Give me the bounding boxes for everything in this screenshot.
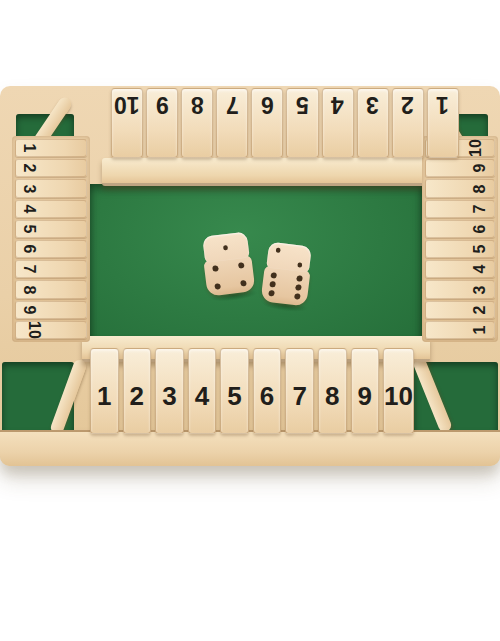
tile-number: 2 — [21, 164, 37, 173]
shut-the-box-board: 10987654321 12345678910 12345678910 1098… — [0, 86, 500, 466]
die-right[interactable] — [261, 241, 314, 306]
tile-south-5[interactable]: 5 — [220, 348, 249, 434]
tile-west-10[interactable]: 10 — [15, 321, 87, 339]
tile-west-1[interactable]: 1 — [15, 139, 87, 157]
tile-north-3[interactable]: 3 — [357, 88, 389, 158]
tile-number: 7 — [21, 265, 37, 274]
tile-south-8[interactable]: 8 — [318, 348, 347, 434]
tile-west-9[interactable]: 9 — [15, 301, 87, 319]
tile-number: 5 — [296, 93, 309, 116]
tile-number: 6 — [261, 93, 274, 116]
north-pivot-bar — [102, 158, 464, 186]
wooden-base — [0, 430, 500, 466]
tile-number: 4 — [331, 93, 344, 116]
tile-west-7[interactable]: 7 — [15, 260, 87, 278]
tile-number: 8 — [191, 93, 204, 116]
tile-north-4[interactable]: 4 — [322, 88, 354, 158]
tile-number: 9 — [473, 164, 489, 173]
tile-east-9[interactable]: 9 — [425, 159, 495, 177]
tile-number: 5 — [473, 245, 489, 254]
die-face-1 — [202, 232, 249, 263]
tile-number: 3 — [21, 184, 37, 193]
die-pip — [238, 262, 245, 269]
tile-south-10[interactable]: 10 — [383, 348, 414, 434]
tile-east-1[interactable]: 1 — [425, 321, 495, 339]
die-pip — [295, 284, 302, 291]
tile-number: 9 — [156, 93, 169, 116]
product-photo: 10987654321 12345678910 12345678910 1098… — [0, 0, 500, 641]
tile-north-2[interactable]: 2 — [392, 88, 424, 158]
tile-number: 7 — [292, 383, 306, 409]
tile-number: 10 — [468, 139, 484, 157]
tile-number: 2 — [401, 93, 414, 116]
tile-north-9[interactable]: 9 — [146, 88, 178, 158]
tile-number: 1 — [21, 144, 37, 153]
tile-west-3[interactable]: 3 — [15, 179, 87, 197]
die-pip — [212, 265, 219, 272]
west-tile-rail: 12345678910 — [12, 136, 90, 342]
tile-east-6[interactable]: 6 — [425, 220, 495, 238]
tile-number: 1 — [97, 383, 111, 409]
die-pip — [294, 293, 301, 300]
tile-east-8[interactable]: 8 — [425, 179, 495, 197]
tile-west-4[interactable]: 4 — [15, 200, 87, 218]
tile-number: 3 — [366, 93, 379, 116]
north-tile-row: 10987654321 — [111, 88, 459, 158]
tile-east-7[interactable]: 7 — [425, 200, 495, 218]
tile-east-3[interactable]: 3 — [425, 280, 495, 298]
tile-south-7[interactable]: 7 — [285, 348, 314, 434]
tile-number: 10 — [26, 321, 42, 339]
die-pip — [270, 281, 277, 288]
felt-center — [90, 184, 422, 344]
tile-south-9[interactable]: 9 — [351, 348, 380, 434]
tile-north-6[interactable]: 6 — [251, 88, 283, 158]
die-pip — [268, 290, 275, 297]
tile-number: 4 — [21, 204, 37, 213]
tile-north-8[interactable]: 8 — [181, 88, 213, 158]
tile-north-10[interactable]: 10 — [111, 88, 143, 158]
tile-number: 7 — [226, 93, 239, 116]
tile-west-8[interactable]: 8 — [15, 280, 87, 298]
die-pip — [271, 272, 278, 279]
tile-number: 2 — [130, 383, 144, 409]
tile-number: 7 — [473, 204, 489, 213]
die-pip — [214, 283, 221, 290]
tile-east-2[interactable]: 2 — [425, 301, 495, 319]
die-left[interactable] — [201, 231, 256, 296]
tile-west-6[interactable]: 6 — [15, 240, 87, 258]
tile-number: 10 — [384, 383, 413, 409]
tile-north-1[interactable]: 1 — [427, 88, 459, 158]
die-pip — [296, 275, 303, 282]
tile-number: 5 — [227, 383, 241, 409]
tile-number: 8 — [325, 383, 339, 409]
tile-number: 6 — [21, 245, 37, 254]
tile-number: 4 — [195, 383, 209, 409]
tile-north-7[interactable]: 7 — [216, 88, 248, 158]
tile-north-5[interactable]: 5 — [286, 88, 318, 158]
tile-east-4[interactable]: 4 — [425, 260, 495, 278]
die-pip — [297, 262, 302, 268]
tile-number: 8 — [21, 285, 37, 294]
tile-south-1[interactable]: 1 — [90, 348, 119, 434]
east-tile-rail: 10987654321 — [422, 136, 498, 342]
tile-number: 4 — [473, 265, 489, 274]
die-pip — [240, 280, 247, 287]
tile-number: 1 — [473, 325, 489, 334]
tile-number: 2 — [473, 305, 489, 314]
tile-number: 8 — [473, 184, 489, 193]
tile-west-5[interactable]: 5 — [15, 220, 87, 238]
tile-number: 9 — [358, 383, 372, 409]
die-face-2 — [266, 242, 312, 273]
tile-number: 5 — [21, 224, 37, 233]
tile-south-3[interactable]: 3 — [155, 348, 184, 434]
tile-south-2[interactable]: 2 — [123, 348, 152, 434]
tile-number: 3 — [162, 383, 176, 409]
south-tile-row: 12345678910 — [90, 348, 414, 434]
tile-south-6[interactable]: 6 — [253, 348, 282, 434]
tile-number: 3 — [473, 285, 489, 294]
tile-east-5[interactable]: 5 — [425, 240, 495, 258]
tile-number: 1 — [436, 93, 449, 116]
tile-number: 6 — [260, 383, 274, 409]
tile-number: 10 — [114, 93, 140, 116]
tile-west-2[interactable]: 2 — [15, 159, 87, 177]
tile-number: 9 — [21, 305, 37, 314]
tile-south-4[interactable]: 4 — [188, 348, 217, 434]
tile-number: 6 — [473, 224, 489, 233]
